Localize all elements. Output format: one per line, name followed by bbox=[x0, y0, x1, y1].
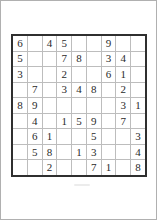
cell-r5c2[interactable]: 9 bbox=[28, 98, 42, 113]
cell-r3c8[interactable]: 1 bbox=[116, 67, 130, 82]
page-artifact bbox=[74, 184, 90, 186]
cell-r3c1[interactable]: 3 bbox=[13, 67, 27, 82]
cell-r4c9[interactable] bbox=[131, 83, 145, 98]
cell-r9c6[interactable]: 7 bbox=[87, 160, 101, 175]
cell-r1c6[interactable] bbox=[87, 36, 101, 51]
cell-r5c9[interactable]: 1 bbox=[131, 98, 145, 113]
cell-r1c8[interactable] bbox=[116, 36, 130, 51]
cell-r2c7[interactable]: 3 bbox=[102, 52, 116, 67]
cell-r3c9[interactable] bbox=[131, 67, 145, 82]
cell-r9c3[interactable]: 2 bbox=[43, 160, 57, 175]
cell-r7c8[interactable] bbox=[116, 129, 130, 144]
cell-r7c2[interactable]: 6 bbox=[28, 129, 42, 144]
cell-r2c8[interactable]: 4 bbox=[116, 52, 130, 67]
cell-r5c4[interactable] bbox=[57, 98, 71, 113]
cell-r8c3[interactable]: 8 bbox=[43, 145, 57, 160]
cell-r7c4[interactable] bbox=[57, 129, 71, 144]
cell-r2c1[interactable]: 5 bbox=[13, 52, 27, 67]
cell-r6c7[interactable] bbox=[102, 114, 116, 129]
cell-r6c4[interactable]: 1 bbox=[57, 114, 71, 129]
cell-r4c3[interactable] bbox=[43, 83, 57, 98]
cell-r2c9[interactable] bbox=[131, 52, 145, 67]
cell-r5c6[interactable] bbox=[87, 98, 101, 113]
cell-r8c8[interactable] bbox=[116, 145, 130, 160]
cell-r9c7[interactable]: 1 bbox=[102, 160, 116, 175]
cell-r7c3[interactable]: 1 bbox=[43, 129, 57, 144]
cell-r6c6[interactable]: 9 bbox=[87, 114, 101, 129]
cell-r1c2[interactable] bbox=[28, 36, 42, 51]
cell-r1c4[interactable]: 5 bbox=[57, 36, 71, 51]
cell-r7c5[interactable] bbox=[72, 129, 86, 144]
sudoku-board: 6459578343261734828931415976153581342718 bbox=[11, 34, 147, 177]
puzzle-page: 6459578343261734828931415976153581342718 bbox=[0, 0, 157, 220]
cell-r4c5[interactable]: 4 bbox=[72, 83, 86, 98]
cell-r8c5[interactable]: 1 bbox=[72, 145, 86, 160]
cell-r9c9[interactable]: 8 bbox=[131, 160, 145, 175]
cell-r3c3[interactable] bbox=[43, 67, 57, 82]
cell-r5c5[interactable] bbox=[72, 98, 86, 113]
cell-r7c7[interactable] bbox=[102, 129, 116, 144]
cell-r1c5[interactable] bbox=[72, 36, 86, 51]
cell-r7c1[interactable] bbox=[13, 129, 27, 144]
cell-r3c6[interactable] bbox=[87, 67, 101, 82]
cell-r4c4[interactable]: 3 bbox=[57, 83, 71, 98]
cell-r3c7[interactable]: 6 bbox=[102, 67, 116, 82]
cell-r9c4[interactable] bbox=[57, 160, 71, 175]
cell-r4c1[interactable] bbox=[13, 83, 27, 98]
cell-r2c3[interactable] bbox=[43, 52, 57, 67]
cell-r1c7[interactable]: 9 bbox=[102, 36, 116, 51]
cell-r9c8[interactable] bbox=[116, 160, 130, 175]
cell-r1c1[interactable]: 6 bbox=[13, 36, 27, 51]
cell-r9c5[interactable] bbox=[72, 160, 86, 175]
cell-r9c1[interactable] bbox=[13, 160, 27, 175]
cell-r2c5[interactable]: 8 bbox=[72, 52, 86, 67]
cell-r2c4[interactable]: 7 bbox=[57, 52, 71, 67]
cell-r5c3[interactable] bbox=[43, 98, 57, 113]
cell-r8c6[interactable]: 3 bbox=[87, 145, 101, 160]
cell-r5c8[interactable]: 3 bbox=[116, 98, 130, 113]
cell-r7c9[interactable]: 3 bbox=[131, 129, 145, 144]
cell-r6c3[interactable] bbox=[43, 114, 57, 129]
cell-r5c7[interactable] bbox=[102, 98, 116, 113]
cell-r8c9[interactable]: 4 bbox=[131, 145, 145, 160]
cell-r4c8[interactable]: 2 bbox=[116, 83, 130, 98]
cell-r1c9[interactable] bbox=[131, 36, 145, 51]
cell-r3c4[interactable]: 2 bbox=[57, 67, 71, 82]
cell-r6c8[interactable]: 7 bbox=[116, 114, 130, 129]
cell-r4c2[interactable]: 7 bbox=[28, 83, 42, 98]
cell-r2c6[interactable] bbox=[87, 52, 101, 67]
cell-r6c5[interactable]: 5 bbox=[72, 114, 86, 129]
cell-r6c9[interactable] bbox=[131, 114, 145, 129]
cell-r8c2[interactable]: 5 bbox=[28, 145, 42, 160]
cell-r3c2[interactable] bbox=[28, 67, 42, 82]
cell-r1c3[interactable]: 4 bbox=[43, 36, 57, 51]
cell-r9c2[interactable] bbox=[28, 160, 42, 175]
cell-r7c6[interactable]: 5 bbox=[87, 129, 101, 144]
cell-r6c2[interactable]: 4 bbox=[28, 114, 42, 129]
cell-r6c1[interactable] bbox=[13, 114, 27, 129]
cell-r4c6[interactable]: 8 bbox=[87, 83, 101, 98]
cell-r3c5[interactable] bbox=[72, 67, 86, 82]
cell-r8c1[interactable] bbox=[13, 145, 27, 160]
cell-r5c1[interactable]: 8 bbox=[13, 98, 27, 113]
cell-r8c7[interactable] bbox=[102, 145, 116, 160]
cell-r2c2[interactable] bbox=[28, 52, 42, 67]
cell-r4c7[interactable] bbox=[102, 83, 116, 98]
cell-r8c4[interactable] bbox=[57, 145, 71, 160]
